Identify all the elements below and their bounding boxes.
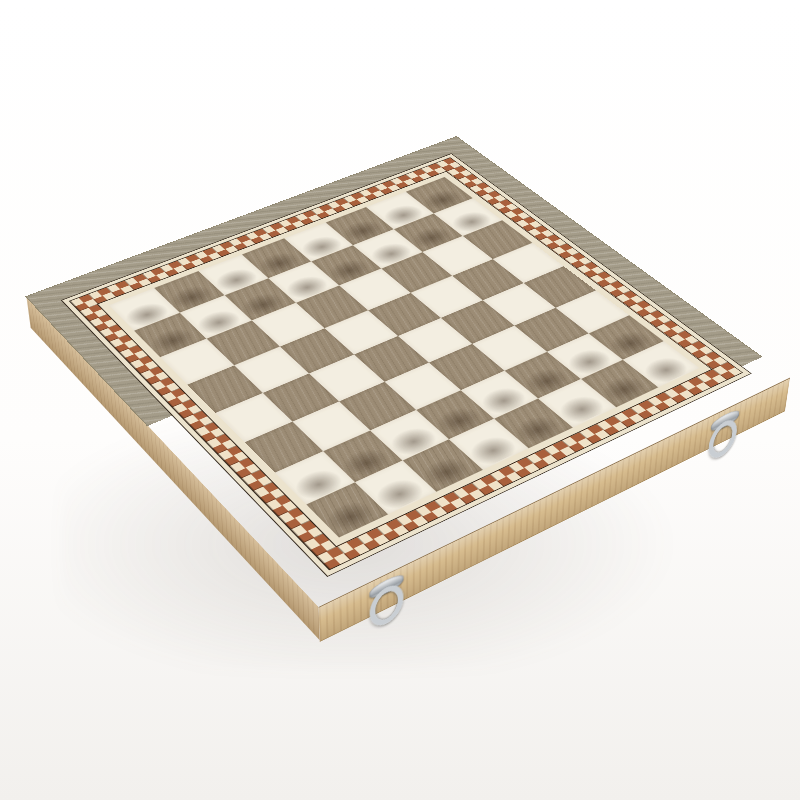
clasp-ring-icon — [707, 415, 739, 464]
black-rook: ♜ — [262, 438, 456, 521]
white-pawn: ♟ — [93, 285, 267, 344]
product-photo-background: ♜♞♝♚♛♝♞♜♟♟♟♟♟♟♟♟♟♟♟♟♟♟♟♟♜♞♝♚♛♝♞♜ — [0, 0, 800, 800]
photo-scene: ♜♞♝♚♛♝♞♜♟♟♟♟♟♟♟♟♟♟♟♟♟♟♟♟♜♞♝♚♛♝♞♜ — [0, 0, 800, 800]
board-top-surface: ♜♞♝♚♛♝♞♜♟♟♟♟♟♟♟♟♟♟♟♟♟♟♟♟♜♞♝♚♛♝♞♜ — [26, 137, 790, 607]
chess-board: ♜♞♝♚♛♝♞♜♟♟♟♟♟♟♟♟♟♟♟♟♟♟♟♟♜♞♝♚♛♝♞♜ — [26, 137, 790, 607]
